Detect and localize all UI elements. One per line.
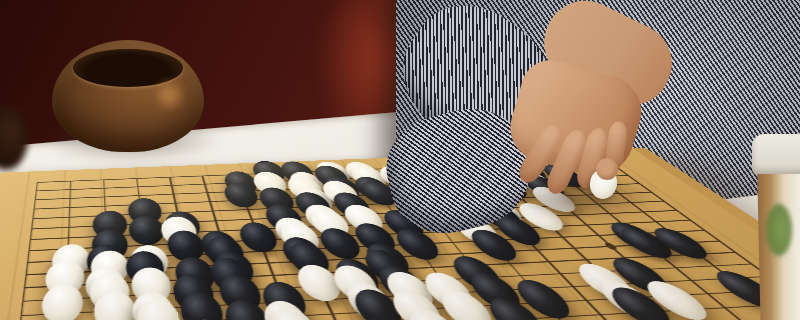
fingertip (596, 158, 618, 180)
player-arm (0, 0, 800, 320)
go-game-photo (0, 0, 800, 320)
